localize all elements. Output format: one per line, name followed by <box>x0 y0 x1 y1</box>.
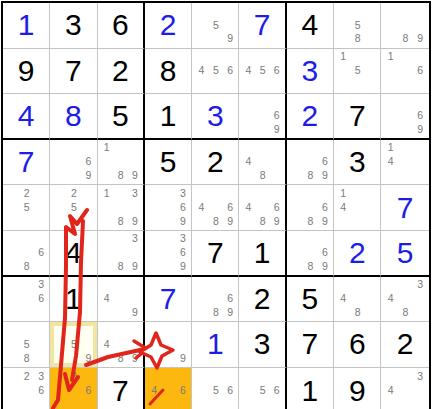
candidate-8: 8 <box>303 214 317 228</box>
candidate-2: 2 <box>67 369 81 383</box>
cell-r5c4[interactable]: 369 <box>145 185 192 231</box>
pencil-marks: 25 <box>52 186 95 228</box>
pencil-marks: 48 <box>241 141 283 183</box>
cell-r5c3[interactable]: 1389 <box>98 185 145 231</box>
cell-r2c4[interactable]: 8 <box>145 49 192 95</box>
cell-r7c1[interactable]: 36 <box>3 277 50 323</box>
cell-r9c8[interactable]: 9 <box>334 368 381 409</box>
cell-r7c9[interactable]: 348 <box>381 277 428 323</box>
cell-r1c3[interactable]: 6 <box>98 3 145 49</box>
solved-digit: 7 <box>3 140 49 185</box>
given-digit: 1 <box>145 94 191 138</box>
cell-r3c7[interactable]: 2 <box>287 94 334 140</box>
candidate-6: 6 <box>34 246 48 260</box>
candidate-4: 4 <box>383 383 398 397</box>
cell-r9c3[interactable]: 7 <box>98 368 145 409</box>
candidate-9: 9 <box>176 259 190 273</box>
cell-r6c8[interactable]: 2 <box>334 231 381 277</box>
candidate-4: 4 <box>383 291 398 305</box>
cell-r5c1[interactable]: 25 <box>3 185 50 231</box>
cell-r1c4[interactable]: 2 <box>145 3 192 49</box>
cell-r1c9[interactable]: 89 <box>381 3 428 49</box>
candidate-1: 1 <box>336 50 350 64</box>
solved-digit: 7 <box>145 277 191 322</box>
candidate-5: 5 <box>19 337 33 351</box>
candidate-4: 4 <box>147 383 161 397</box>
cell-r2c5[interactable]: 456 <box>192 49 239 95</box>
cell-r4c9[interactable]: 14 <box>381 140 428 186</box>
cell-r3c9[interactable]: 69 <box>381 94 428 140</box>
given-digit: 6 <box>334 322 380 367</box>
candidate-6: 6 <box>270 109 284 123</box>
candidate-6: 6 <box>176 200 190 214</box>
cell-r2c3[interactable]: 2 <box>98 49 145 95</box>
candidate-6: 6 <box>318 155 332 169</box>
given-digit: 4 <box>287 3 333 48</box>
candidate-6: 6 <box>270 63 284 77</box>
pencil-marks: 189 <box>100 141 142 183</box>
candidate-3: 3 <box>34 369 48 383</box>
candidate-9: 9 <box>81 351 95 365</box>
pencil-marks: 59 <box>52 323 95 365</box>
pencil-marks: 1389 <box>100 186 142 228</box>
given-digit: 1 <box>239 231 284 275</box>
pencil-marks: 389 <box>100 232 142 273</box>
cell-r6c2[interactable]: 4 <box>50 231 97 277</box>
candidate-9: 9 <box>223 32 237 46</box>
candidate-8: 8 <box>209 214 223 228</box>
candidate-9: 9 <box>176 214 190 228</box>
candidate-9: 9 <box>223 305 237 319</box>
cell-r1c2[interactable]: 3 <box>50 3 97 49</box>
cell-r8c3[interactable]: 489 <box>98 322 145 368</box>
candidate-6: 6 <box>81 383 95 397</box>
given-digit: 7 <box>334 94 380 138</box>
candidate-3: 3 <box>128 232 142 246</box>
cell-r9c2[interactable]: 26 <box>50 368 97 409</box>
cell-r8c4[interactable]: 49 <box>145 322 192 368</box>
candidate-9: 9 <box>128 351 142 365</box>
candidate-6: 6 <box>81 155 95 169</box>
sudoku-board: 1362597458899728456456315164851369276976… <box>1 1 431 409</box>
candidate-6: 6 <box>176 383 190 397</box>
cell-r8c7[interactable]: 7 <box>287 322 334 368</box>
candidate-6: 6 <box>413 109 428 123</box>
given-digit: 3 <box>334 140 380 185</box>
cell-r2c8[interactable]: 15 <box>334 49 381 95</box>
candidate-6: 6 <box>413 63 428 77</box>
candidate-2: 2 <box>19 369 33 383</box>
candidate-9: 9 <box>223 214 237 228</box>
candidate-1: 1 <box>383 50 398 64</box>
given-digit: 4 <box>50 231 96 275</box>
given-digit: 7 <box>192 231 238 275</box>
cell-r2c7[interactable]: 3 <box>287 49 334 95</box>
candidate-8: 8 <box>114 259 128 273</box>
cell-r4c7[interactable]: 689 <box>287 140 334 186</box>
cell-r1c6[interactable]: 7 <box>239 3 286 49</box>
cell-r5c7[interactable]: 689 <box>287 185 334 231</box>
cell-r1c8[interactable]: 58 <box>334 3 381 49</box>
candidate-8: 8 <box>19 351 33 365</box>
given-digit: 7 <box>98 368 143 409</box>
cell-r6c6[interactable]: 1 <box>239 231 286 277</box>
candidate-8: 8 <box>114 351 128 365</box>
pencil-marks: 236 <box>5 369 48 409</box>
pencil-marks: 4689 <box>241 186 283 228</box>
cell-r4c3[interactable]: 189 <box>98 140 145 186</box>
candidate-5: 5 <box>351 18 365 32</box>
pencil-marks: 369 <box>147 186 190 228</box>
pencil-marks: 59 <box>194 4 237 46</box>
cell-r9c5[interactable]: 56 <box>192 368 239 409</box>
cell-r2c2[interactable]: 7 <box>50 49 97 95</box>
cell-r3c8[interactable]: 7 <box>334 94 381 140</box>
cell-r5c5[interactable]: 4689 <box>192 185 239 231</box>
candidate-6: 6 <box>318 246 332 260</box>
cell-r6c9[interactable]: 5 <box>381 231 428 277</box>
pencil-marks: 456 <box>194 50 237 92</box>
given-digit: 8 <box>145 49 191 94</box>
given-digit: 5 <box>287 277 333 322</box>
candidate-9: 9 <box>318 259 332 273</box>
cell-r8c2[interactable]: 59 <box>50 322 97 368</box>
cell-r7c8[interactable]: 48 <box>334 277 381 323</box>
candidate-9: 9 <box>318 214 332 228</box>
pencil-marks: 69 <box>52 141 95 183</box>
candidate-5: 5 <box>256 383 270 397</box>
candidate-2: 2 <box>67 186 81 200</box>
pencil-marks: 36 <box>5 278 48 320</box>
solved-digit: 3 <box>287 49 333 94</box>
given-digit: 2 <box>239 277 284 322</box>
cell-r3c1[interactable]: 4 <box>3 94 50 140</box>
candidate-9: 9 <box>176 351 190 365</box>
candidate-3: 3 <box>413 278 428 292</box>
cell-r6c1[interactable]: 68 <box>3 231 50 277</box>
pencil-marks: 14 <box>383 141 427 183</box>
cell-r8c8[interactable]: 6 <box>334 322 381 368</box>
cell-r9c4[interactable]: 46 <box>145 368 192 409</box>
candidate-9: 9 <box>128 214 142 228</box>
candidate-6: 6 <box>223 383 237 397</box>
cell-r1c1[interactable]: 1 <box>3 3 50 49</box>
given-digit: 6 <box>98 3 143 48</box>
given-digit: 5 <box>98 94 143 138</box>
cell-r6c7[interactable]: 689 <box>287 231 334 277</box>
given-digit: 3 <box>50 3 96 48</box>
candidate-9: 9 <box>128 259 142 273</box>
candidate-9: 9 <box>413 32 428 46</box>
cell-r1c5[interactable]: 59 <box>192 3 239 49</box>
pencil-marks: 4689 <box>194 186 237 228</box>
candidate-9: 9 <box>270 122 284 136</box>
cell-r8c1[interactable]: 58 <box>3 322 50 368</box>
candidate-1: 1 <box>100 141 114 155</box>
candidate-8: 8 <box>351 32 365 46</box>
pencil-marks: 48 <box>336 278 379 320</box>
pencil-marks: 34 <box>383 369 427 409</box>
candidate-8: 8 <box>303 259 317 273</box>
pencil-marks: 69 <box>241 95 283 136</box>
candidate-4: 4 <box>241 63 255 77</box>
given-digit: 2 <box>98 49 143 94</box>
candidate-5: 5 <box>19 200 33 214</box>
pencil-marks: 46 <box>147 369 190 409</box>
pencil-marks: 26 <box>52 369 95 409</box>
candidate-8: 8 <box>114 169 128 183</box>
pencil-marks: 689 <box>289 232 332 273</box>
pencil-marks: 56 <box>194 369 237 409</box>
given-digit: 9 <box>334 368 380 409</box>
candidate-3: 3 <box>34 278 48 292</box>
candidate-3: 3 <box>176 186 190 200</box>
candidate-8: 8 <box>303 169 317 183</box>
candidate-6: 6 <box>176 246 190 260</box>
given-digit: 5 <box>145 140 191 185</box>
given-digit: 3 <box>239 322 284 367</box>
given-digit: 2 <box>192 140 238 185</box>
candidate-1: 1 <box>100 186 114 200</box>
candidate-4: 4 <box>241 200 255 214</box>
cell-r2c9[interactable]: 16 <box>381 49 428 95</box>
candidate-4: 4 <box>100 337 114 351</box>
solved-digit: 7 <box>239 3 284 48</box>
pencil-marks: 689 <box>194 278 237 320</box>
cell-r4c1[interactable]: 7 <box>3 140 50 186</box>
pencil-marks: 369 <box>147 232 190 273</box>
pencil-marks: 68 <box>5 232 48 273</box>
pencil-marks: 16 <box>383 50 427 92</box>
cell-r5c9[interactable]: 7 <box>381 185 428 231</box>
candidate-4: 4 <box>336 200 350 214</box>
solved-digit: 1 <box>192 322 238 367</box>
cell-r9c9[interactable]: 34 <box>381 368 428 409</box>
cell-r4c2[interactable]: 69 <box>50 140 97 186</box>
candidate-5: 5 <box>67 200 81 214</box>
candidate-6: 6 <box>270 200 284 214</box>
cell-r2c1[interactable]: 9 <box>3 49 50 95</box>
pencil-marks: 69 <box>383 95 427 136</box>
cell-r7c2[interactable]: 1 <box>50 277 97 323</box>
pencil-marks: 689 <box>289 141 332 183</box>
cell-r5c8[interactable]: 14 <box>334 185 381 231</box>
cell-r4c8[interactable]: 3 <box>334 140 381 186</box>
candidate-4: 4 <box>147 337 161 351</box>
pencil-marks: 89 <box>383 4 427 46</box>
cell-r3c6[interactable]: 69 <box>239 94 286 140</box>
candidate-5: 5 <box>209 18 223 32</box>
cell-r6c3[interactable]: 389 <box>98 231 145 277</box>
solved-digit: 5 <box>381 231 428 275</box>
pencil-marks: 56 <box>241 369 283 409</box>
cell-r4c4[interactable]: 5 <box>145 140 192 186</box>
candidate-9: 9 <box>413 122 428 136</box>
candidate-6: 6 <box>34 291 48 305</box>
cell-r3c4[interactable]: 1 <box>145 94 192 140</box>
candidate-5: 5 <box>209 383 223 397</box>
pencil-marks: 49 <box>147 323 190 365</box>
candidate-8: 8 <box>256 169 270 183</box>
candidate-5: 5 <box>351 63 365 77</box>
candidate-2: 2 <box>19 186 33 200</box>
cell-r9c1[interactable]: 236 <box>3 368 50 409</box>
cell-r8c6[interactable]: 3 <box>239 322 286 368</box>
pencil-marks: 348 <box>383 278 427 320</box>
pencil-marks: 489 <box>100 323 142 365</box>
candidate-6: 6 <box>270 383 284 397</box>
candidate-6: 6 <box>223 200 237 214</box>
cell-r8c5[interactable]: 1 <box>192 322 239 368</box>
candidate-8: 8 <box>398 32 413 46</box>
pencil-marks: 15 <box>336 50 379 92</box>
candidate-5: 5 <box>67 337 81 351</box>
cell-r1c7[interactable]: 4 <box>287 3 334 49</box>
given-digit: 1 <box>50 277 96 322</box>
candidate-9: 9 <box>128 305 142 319</box>
cell-r3c2[interactable]: 8 <box>50 94 97 140</box>
cell-r4c5[interactable]: 2 <box>192 140 239 186</box>
candidate-9: 9 <box>81 169 95 183</box>
candidate-6: 6 <box>223 63 237 77</box>
candidate-4: 4 <box>336 291 350 305</box>
cell-r9c7[interactable]: 1 <box>287 368 334 409</box>
candidate-6: 6 <box>318 200 332 214</box>
candidate-4: 4 <box>383 155 398 169</box>
candidate-4: 4 <box>241 155 255 169</box>
cell-r6c5[interactable]: 7 <box>192 231 239 277</box>
candidate-8: 8 <box>398 305 413 319</box>
solved-digit: 2 <box>287 94 333 138</box>
candidate-9: 9 <box>128 169 142 183</box>
cell-r7c4[interactable]: 7 <box>145 277 192 323</box>
candidate-4: 4 <box>100 291 114 305</box>
cell-r7c6[interactable]: 2 <box>239 277 286 323</box>
solved-digit: 3 <box>192 94 238 138</box>
candidate-6: 6 <box>223 291 237 305</box>
cell-r7c5[interactable]: 689 <box>192 277 239 323</box>
candidate-3: 3 <box>128 186 142 200</box>
candidate-8: 8 <box>256 214 270 228</box>
candidate-5: 5 <box>256 63 270 77</box>
pencil-marks: 14 <box>336 186 379 228</box>
given-digit: 1 <box>287 368 333 409</box>
candidate-8: 8 <box>351 305 365 319</box>
cell-r8c9[interactable]: 2 <box>381 322 428 368</box>
pencil-marks: 25 <box>5 186 48 228</box>
candidate-8: 8 <box>114 214 128 228</box>
candidate-8: 8 <box>19 259 33 273</box>
pencil-marks: 689 <box>289 186 332 228</box>
candidate-1: 1 <box>336 186 350 200</box>
pencil-marks: 49 <box>100 278 142 320</box>
given-digit: 2 <box>381 322 428 367</box>
candidate-9: 9 <box>270 214 284 228</box>
solved-digit: 8 <box>50 94 96 138</box>
given-digit: 9 <box>3 49 49 94</box>
cell-r3c3[interactable]: 5 <box>98 94 145 140</box>
cell-r7c3[interactable]: 49 <box>98 277 145 323</box>
candidate-8: 8 <box>209 305 223 319</box>
cell-r4c6[interactable]: 48 <box>239 140 286 186</box>
candidate-6: 6 <box>34 383 48 397</box>
pencil-marks: 456 <box>241 50 283 92</box>
given-digit: 7 <box>287 322 333 367</box>
cell-r7c7[interactable]: 5 <box>287 277 334 323</box>
cell-r9c6[interactable]: 56 <box>239 368 286 409</box>
candidate-5: 5 <box>209 63 223 77</box>
solved-digit: 7 <box>381 185 428 230</box>
pencil-marks: 58 <box>5 323 48 365</box>
cell-r6c4[interactable]: 369 <box>145 231 192 277</box>
candidate-3: 3 <box>176 232 190 246</box>
candidate-4: 4 <box>194 200 208 214</box>
given-digit: 7 <box>50 49 96 94</box>
cell-r5c6[interactable]: 4689 <box>239 185 286 231</box>
cell-r2c6[interactable]: 456 <box>239 49 286 95</box>
solved-digit: 2 <box>334 231 380 275</box>
sudoku-app-screenshot: 1362597458899728456456315164851369276976… <box>0 0 435 409</box>
solved-digit: 1 <box>3 3 49 48</box>
candidate-4: 4 <box>194 63 208 77</box>
cell-r5c2[interactable]: 25 <box>50 185 97 231</box>
solved-digit: 4 <box>3 94 49 138</box>
solved-digit: 2 <box>145 3 191 48</box>
candidate-9: 9 <box>318 169 332 183</box>
candidate-1: 1 <box>383 141 398 155</box>
candidate-3: 3 <box>413 369 428 383</box>
cell-r3c5[interactable]: 3 <box>192 94 239 140</box>
pencil-marks: 58 <box>336 4 379 46</box>
